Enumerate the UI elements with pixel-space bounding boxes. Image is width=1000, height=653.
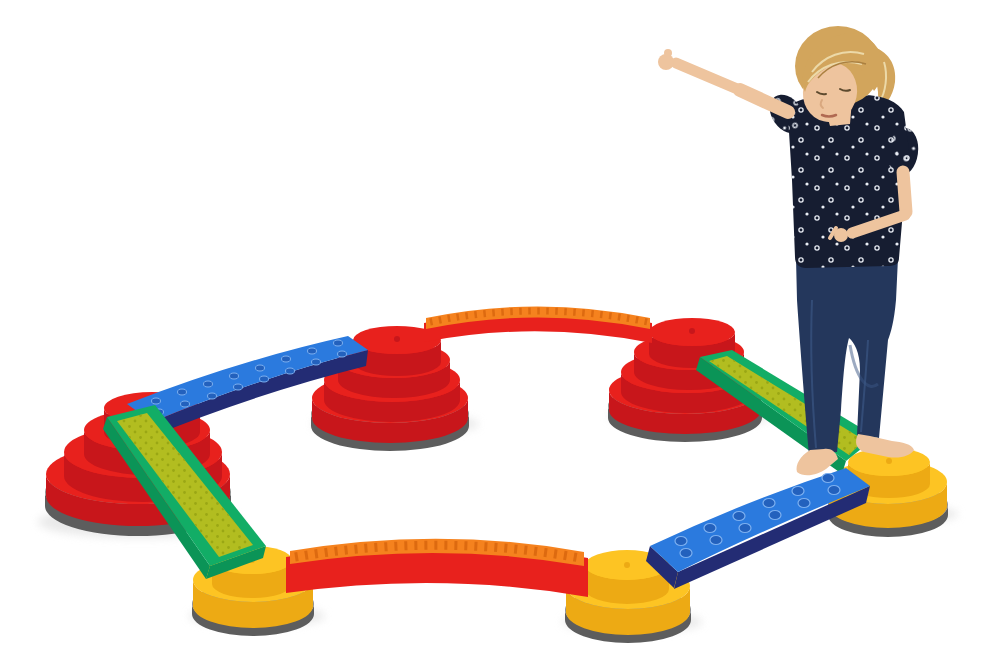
balance-beam-blue-right xyxy=(646,468,870,589)
child-raised-arm xyxy=(658,49,788,112)
child-left-foot xyxy=(797,449,838,475)
product-photo xyxy=(0,0,1000,653)
balance-beam-orange-bottom xyxy=(286,539,588,597)
balance-course-illustration xyxy=(0,0,1000,653)
balance-beam-orange-top xyxy=(424,307,652,344)
